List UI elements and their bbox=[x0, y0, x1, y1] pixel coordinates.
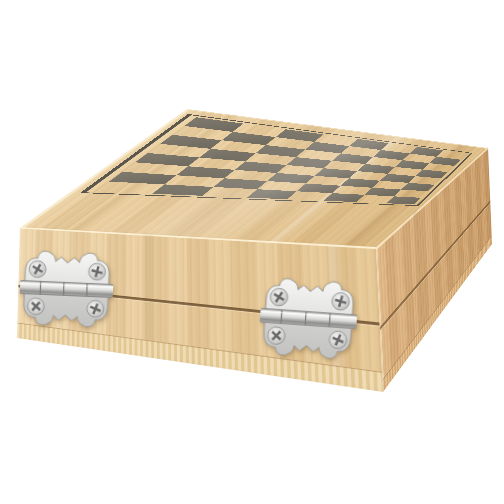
wood-grain-streak bbox=[413, 210, 422, 342]
chess-board bbox=[80, 114, 473, 206]
butterfly-hinge-left bbox=[18, 246, 114, 332]
board-grid bbox=[96, 117, 467, 204]
product-photo-scene bbox=[0, 0, 504, 504]
butterfly-hinge-right bbox=[257, 273, 360, 365]
square-r7c1-dark bbox=[152, 184, 213, 195]
